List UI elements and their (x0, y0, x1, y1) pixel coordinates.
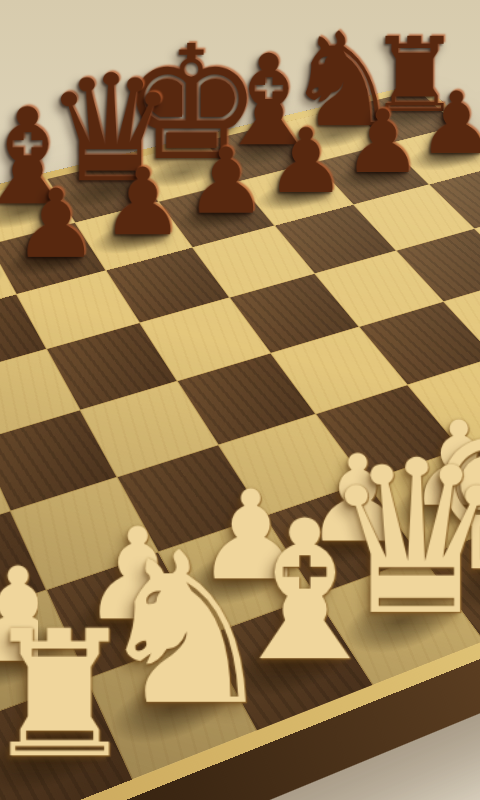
black-pawn-b7: ♟ (0, 199, 9, 296)
chess-photo-scene: ♜♞♝♛♚♝♞♜♟♟♟♟♟♟♟♟♟♟♟♟♟♟♟♟♜♞♝♛♚♝♞♜ (0, 0, 480, 800)
black-pawn-e7: ♟ (185, 136, 267, 227)
black-pawn-d7: ♟ (101, 156, 184, 249)
black-pawn-h7: ♟ (419, 81, 480, 167)
white-rook-a1: ♜ (0, 608, 137, 783)
perspective-scene: ♜♞♝♛♚♝♞♜♟♟♟♟♟♟♟♟♟♟♟♟♟♟♟♟♜♞♝♛♚♝♞♜ (0, 0, 480, 800)
square-a1: ♜ (0, 679, 132, 800)
board-maple-border: ♜♞♝♛♚♝♞♜♟♟♟♟♟♟♟♟♟♟♟♟♟♟♟♟♜♞♝♛♚♝♞♜ (0, 83, 480, 800)
chess-board: ♜♞♝♛♚♝♞♜♟♟♟♟♟♟♟♟♟♟♟♟♟♟♟♟♜♞♝♛♚♝♞♜ (0, 83, 480, 800)
board-squares: ♜♞♝♛♚♝♞♜♟♟♟♟♟♟♟♟♟♟♟♟♟♟♟♟♜♞♝♛♚♝♞♜ (0, 90, 480, 800)
black-pawn-g7: ♟ (344, 98, 422, 185)
black-pawn-f7: ♟ (266, 117, 346, 206)
black-pawn-c7: ♟ (13, 177, 98, 272)
